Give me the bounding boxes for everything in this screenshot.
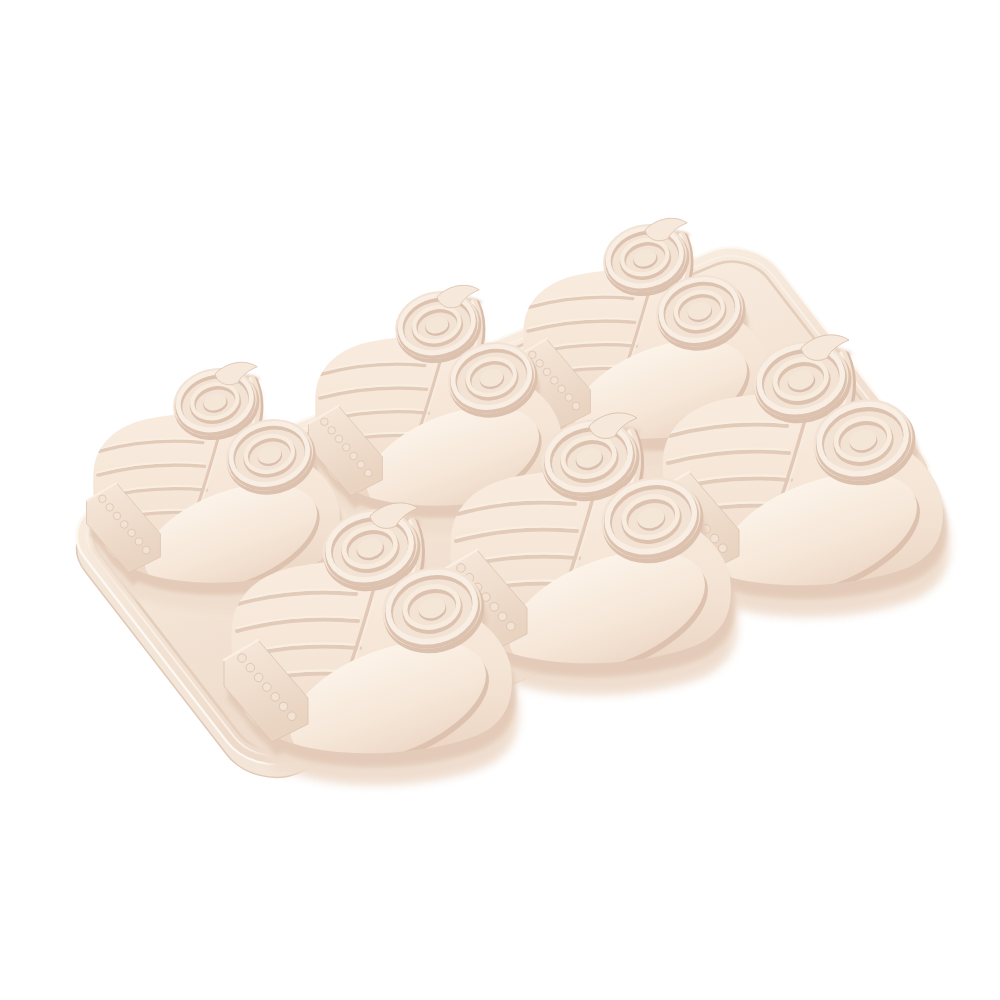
mold-scene <box>0 0 1000 1000</box>
product-photo <box>0 0 1000 1000</box>
